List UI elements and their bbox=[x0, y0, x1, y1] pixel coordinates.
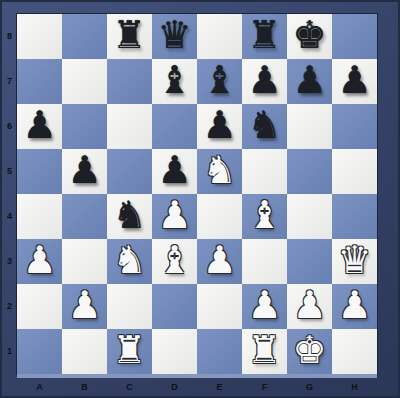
piece-white-bishop: ♝ bbox=[247, 194, 281, 238]
rank-label-8: 8 bbox=[2, 14, 17, 59]
square-f6[interactable]: ♞ bbox=[242, 104, 287, 149]
piece-white-bishop: ♝ bbox=[157, 239, 191, 283]
square-a2[interactable] bbox=[17, 284, 62, 329]
piece-white-rook: ♜ bbox=[247, 329, 281, 373]
square-d5[interactable]: ♟ bbox=[152, 149, 197, 194]
file-label-b: B bbox=[62, 380, 107, 396]
square-e5[interactable]: ♞ bbox=[197, 149, 242, 194]
piece-white-pawn: ♟ bbox=[67, 284, 101, 328]
piece-white-king: ♚ bbox=[292, 329, 326, 373]
rank-labels: 87654321 bbox=[2, 14, 17, 374]
square-d8[interactable]: ♛ bbox=[152, 14, 197, 59]
file-label-h: H bbox=[332, 380, 377, 396]
chess-board-frame: 87654321 ♜♛♜♚♝♝♟♟♟♟♟♞♟♟♞♞♟♝♟♞♝♟♛♟♟♟♟♜♜♚ … bbox=[0, 0, 400, 398]
square-d6[interactable] bbox=[152, 104, 197, 149]
file-label-d: D bbox=[152, 380, 197, 396]
square-g7[interactable]: ♟ bbox=[287, 59, 332, 104]
piece-black-pawn: ♟ bbox=[337, 59, 371, 103]
rank-label-3: 3 bbox=[2, 239, 17, 284]
piece-black-king: ♚ bbox=[292, 14, 326, 58]
square-a1[interactable] bbox=[17, 329, 62, 374]
square-h2[interactable]: ♟ bbox=[332, 284, 377, 329]
square-c5[interactable] bbox=[107, 149, 152, 194]
piece-white-knight: ♞ bbox=[202, 149, 236, 193]
piece-white-pawn: ♟ bbox=[337, 284, 371, 328]
rank-label-2: 2 bbox=[2, 284, 17, 329]
file-label-e: E bbox=[197, 380, 242, 396]
file-labels: ABCDEFGH bbox=[17, 380, 377, 396]
square-b4[interactable] bbox=[62, 194, 107, 239]
square-b8[interactable] bbox=[62, 14, 107, 59]
rank-label-4: 4 bbox=[2, 194, 17, 239]
square-b6[interactable] bbox=[62, 104, 107, 149]
piece-white-pawn: ♟ bbox=[202, 239, 236, 283]
square-e7[interactable]: ♝ bbox=[197, 59, 242, 104]
square-h4[interactable] bbox=[332, 194, 377, 239]
square-h3[interactable]: ♛ bbox=[332, 239, 377, 284]
square-f2[interactable]: ♟ bbox=[242, 284, 287, 329]
file-label-g: G bbox=[287, 380, 332, 396]
square-d1[interactable] bbox=[152, 329, 197, 374]
piece-white-queen: ♛ bbox=[337, 239, 371, 283]
square-e4[interactable] bbox=[197, 194, 242, 239]
piece-black-pawn: ♟ bbox=[292, 59, 326, 103]
square-a7[interactable] bbox=[17, 59, 62, 104]
square-h6[interactable] bbox=[332, 104, 377, 149]
square-a6[interactable]: ♟ bbox=[17, 104, 62, 149]
square-h1[interactable] bbox=[332, 329, 377, 374]
square-f5[interactable] bbox=[242, 149, 287, 194]
square-c8[interactable]: ♜ bbox=[107, 14, 152, 59]
square-e8[interactable] bbox=[197, 14, 242, 59]
square-g1[interactable]: ♚ bbox=[287, 329, 332, 374]
square-c6[interactable] bbox=[107, 104, 152, 149]
square-g8[interactable]: ♚ bbox=[287, 14, 332, 59]
board-bevel bbox=[17, 374, 377, 378]
file-label-a: A bbox=[17, 380, 62, 396]
piece-white-knight: ♞ bbox=[112, 239, 146, 283]
square-e3[interactable]: ♟ bbox=[197, 239, 242, 284]
square-a5[interactable] bbox=[17, 149, 62, 194]
piece-white-pawn: ♟ bbox=[22, 239, 56, 283]
piece-black-pawn: ♟ bbox=[202, 104, 236, 148]
piece-black-pawn: ♟ bbox=[157, 149, 191, 193]
square-b1[interactable] bbox=[62, 329, 107, 374]
square-d4[interactable]: ♟ bbox=[152, 194, 197, 239]
rank-label-7: 7 bbox=[2, 59, 17, 104]
piece-white-pawn: ♟ bbox=[292, 284, 326, 328]
piece-black-rook: ♜ bbox=[247, 14, 281, 58]
piece-white-pawn: ♟ bbox=[247, 284, 281, 328]
piece-black-queen: ♛ bbox=[157, 14, 191, 58]
square-g6[interactable] bbox=[287, 104, 332, 149]
square-g5[interactable] bbox=[287, 149, 332, 194]
piece-black-knight: ♞ bbox=[112, 194, 146, 238]
square-f4[interactable]: ♝ bbox=[242, 194, 287, 239]
square-g4[interactable] bbox=[287, 194, 332, 239]
square-d3[interactable]: ♝ bbox=[152, 239, 197, 284]
piece-white-pawn: ♟ bbox=[157, 194, 191, 238]
square-a8[interactable] bbox=[17, 14, 62, 59]
square-h5[interactable] bbox=[332, 149, 377, 194]
square-e6[interactable]: ♟ bbox=[197, 104, 242, 149]
file-label-c: C bbox=[107, 380, 152, 396]
rank-label-6: 6 bbox=[2, 104, 17, 149]
file-label-f: F bbox=[242, 380, 287, 396]
square-b2[interactable]: ♟ bbox=[62, 284, 107, 329]
square-c3[interactable]: ♞ bbox=[107, 239, 152, 284]
piece-black-pawn: ♟ bbox=[247, 59, 281, 103]
piece-white-rook: ♜ bbox=[112, 329, 146, 373]
rank-label-5: 5 bbox=[2, 149, 17, 194]
square-c2[interactable] bbox=[107, 284, 152, 329]
square-b5[interactable]: ♟ bbox=[62, 149, 107, 194]
piece-black-pawn: ♟ bbox=[22, 104, 56, 148]
square-f3[interactable] bbox=[242, 239, 287, 284]
square-h7[interactable]: ♟ bbox=[332, 59, 377, 104]
square-f8[interactable]: ♜ bbox=[242, 14, 287, 59]
square-f1[interactable]: ♜ bbox=[242, 329, 287, 374]
square-c7[interactable] bbox=[107, 59, 152, 104]
square-e2[interactable] bbox=[197, 284, 242, 329]
square-a4[interactable] bbox=[17, 194, 62, 239]
square-g3[interactable] bbox=[287, 239, 332, 284]
square-a3[interactable]: ♟ bbox=[17, 239, 62, 284]
piece-black-pawn: ♟ bbox=[67, 149, 101, 193]
square-c4[interactable]: ♞ bbox=[107, 194, 152, 239]
rank-label-1: 1 bbox=[2, 329, 17, 374]
square-d7[interactable]: ♝ bbox=[152, 59, 197, 104]
piece-black-bishop: ♝ bbox=[202, 59, 236, 103]
square-b3[interactable] bbox=[62, 239, 107, 284]
square-h8[interactable] bbox=[332, 14, 377, 59]
square-g2[interactable]: ♟ bbox=[287, 284, 332, 329]
square-c1[interactable]: ♜ bbox=[107, 329, 152, 374]
piece-black-knight: ♞ bbox=[247, 104, 281, 148]
square-b7[interactable] bbox=[62, 59, 107, 104]
piece-black-bishop: ♝ bbox=[157, 59, 191, 103]
square-d2[interactable] bbox=[152, 284, 197, 329]
piece-black-rook: ♜ bbox=[112, 14, 146, 58]
chess-board: ♜♛♜♚♝♝♟♟♟♟♟♞♟♟♞♞♟♝♟♞♝♟♛♟♟♟♟♜♜♚ bbox=[17, 14, 377, 374]
square-f7[interactable]: ♟ bbox=[242, 59, 287, 104]
square-e1[interactable] bbox=[197, 329, 242, 374]
